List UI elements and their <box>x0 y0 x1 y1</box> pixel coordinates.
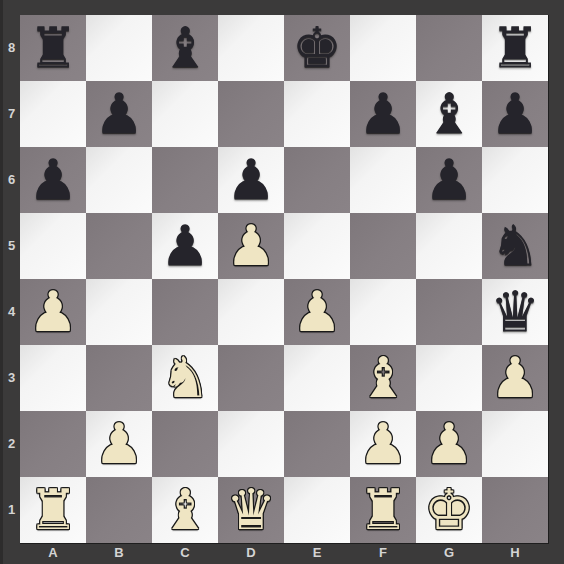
piece-black-queen[interactable]: ♛ <box>490 279 540 345</box>
square-e1[interactable] <box>284 477 350 543</box>
square-g6[interactable]: ♟ <box>416 147 482 213</box>
rank-label-1: 1 <box>3 477 20 543</box>
square-a7[interactable] <box>20 81 86 147</box>
file-label-c: C <box>152 545 218 563</box>
square-h8[interactable]: ♜ <box>482 15 548 81</box>
square-f5[interactable] <box>350 213 416 279</box>
rank-label-3: 3 <box>3 345 20 411</box>
piece-black-pawn[interactable]: ♟ <box>160 213 210 279</box>
square-h1[interactable] <box>482 477 548 543</box>
piece-white-rook[interactable]: ♜ <box>28 477 78 543</box>
piece-white-pawn[interactable]: ♟ <box>490 345 540 411</box>
square-f4[interactable] <box>350 279 416 345</box>
square-d2[interactable] <box>218 411 284 477</box>
rank-label-8: 8 <box>3 15 20 81</box>
square-h7[interactable]: ♟ <box>482 81 548 147</box>
rank-label-2: 2 <box>3 411 20 477</box>
square-a5[interactable] <box>20 213 86 279</box>
file-label-b: B <box>86 545 152 563</box>
square-c2[interactable] <box>152 411 218 477</box>
square-e2[interactable] <box>284 411 350 477</box>
square-d7[interactable] <box>218 81 284 147</box>
square-f6[interactable] <box>350 147 416 213</box>
square-d4[interactable] <box>218 279 284 345</box>
file-label-e: E <box>284 545 350 563</box>
piece-white-pawn[interactable]: ♟ <box>28 279 78 345</box>
square-b5[interactable] <box>86 213 152 279</box>
square-b2[interactable]: ♟ <box>86 411 152 477</box>
piece-black-knight[interactable]: ♞ <box>490 213 540 279</box>
square-d8[interactable] <box>218 15 284 81</box>
square-e6[interactable] <box>284 147 350 213</box>
piece-black-pawn[interactable]: ♟ <box>358 81 408 147</box>
square-c3[interactable]: ♞ <box>152 345 218 411</box>
square-h6[interactable] <box>482 147 548 213</box>
square-c4[interactable] <box>152 279 218 345</box>
square-f8[interactable] <box>350 15 416 81</box>
square-e7[interactable] <box>284 81 350 147</box>
square-g4[interactable] <box>416 279 482 345</box>
piece-white-pawn[interactable]: ♟ <box>292 279 342 345</box>
piece-black-king[interactable]: ♚ <box>292 15 342 81</box>
piece-black-bishop[interactable]: ♝ <box>160 15 210 81</box>
square-d1[interactable]: ♛ <box>218 477 284 543</box>
square-g8[interactable] <box>416 15 482 81</box>
piece-black-rook[interactable]: ♜ <box>28 15 78 81</box>
piece-white-pawn[interactable]: ♟ <box>358 411 408 477</box>
square-b1[interactable] <box>86 477 152 543</box>
piece-white-pawn[interactable]: ♟ <box>94 411 144 477</box>
piece-black-pawn[interactable]: ♟ <box>28 147 78 213</box>
square-b6[interactable] <box>86 147 152 213</box>
piece-black-rook[interactable]: ♜ <box>490 15 540 81</box>
chess-app-window: ♜♝♚♜♟♟♝♟♟♟♟♟♟♞♟♟♛♞♝♟♟♟♟♜♝♛♜♚ 87654321 AB… <box>0 0 564 564</box>
rank-label-7: 7 <box>3 81 20 147</box>
square-a1[interactable]: ♜ <box>20 477 86 543</box>
square-f1[interactable]: ♜ <box>350 477 416 543</box>
piece-white-king[interactable]: ♚ <box>424 477 474 543</box>
square-c1[interactable]: ♝ <box>152 477 218 543</box>
rank-label-4: 4 <box>3 279 20 345</box>
piece-black-pawn[interactable]: ♟ <box>94 81 144 147</box>
square-c5[interactable]: ♟ <box>152 213 218 279</box>
rank-label-6: 6 <box>3 147 20 213</box>
square-a6[interactable]: ♟ <box>20 147 86 213</box>
piece-black-pawn[interactable]: ♟ <box>424 147 474 213</box>
file-label-d: D <box>218 545 284 563</box>
square-a3[interactable] <box>20 345 86 411</box>
square-h4[interactable]: ♛ <box>482 279 548 345</box>
square-d6[interactable]: ♟ <box>218 147 284 213</box>
square-b7[interactable]: ♟ <box>86 81 152 147</box>
square-f3[interactable]: ♝ <box>350 345 416 411</box>
square-e5[interactable] <box>284 213 350 279</box>
square-e4[interactable]: ♟ <box>284 279 350 345</box>
square-b8[interactable] <box>86 15 152 81</box>
file-label-f: F <box>350 545 416 563</box>
square-b3[interactable] <box>86 345 152 411</box>
square-g1[interactable]: ♚ <box>416 477 482 543</box>
square-a2[interactable] <box>20 411 86 477</box>
rank-label-5: 5 <box>3 213 20 279</box>
piece-black-bishop[interactable]: ♝ <box>424 81 474 147</box>
square-b4[interactable] <box>86 279 152 345</box>
piece-white-rook[interactable]: ♜ <box>358 477 408 543</box>
square-h5[interactable]: ♞ <box>482 213 548 279</box>
file-label-g: G <box>416 545 482 563</box>
square-f7[interactable]: ♟ <box>350 81 416 147</box>
square-a4[interactable]: ♟ <box>20 279 86 345</box>
file-label-a: A <box>20 545 86 563</box>
piece-black-pawn[interactable]: ♟ <box>226 147 276 213</box>
square-g7[interactable]: ♝ <box>416 81 482 147</box>
square-a8[interactable]: ♜ <box>20 15 86 81</box>
square-d3[interactable] <box>218 345 284 411</box>
square-f2[interactable]: ♟ <box>350 411 416 477</box>
square-h2[interactable] <box>482 411 548 477</box>
square-c7[interactable] <box>152 81 218 147</box>
square-e3[interactable] <box>284 345 350 411</box>
piece-white-bishop[interactable]: ♝ <box>160 477 210 543</box>
square-d5[interactable]: ♟ <box>218 213 284 279</box>
piece-black-pawn[interactable]: ♟ <box>490 81 540 147</box>
square-e8[interactable]: ♚ <box>284 15 350 81</box>
piece-white-pawn[interactable]: ♟ <box>424 411 474 477</box>
square-g2[interactable]: ♟ <box>416 411 482 477</box>
piece-white-queen[interactable]: ♛ <box>226 477 276 543</box>
square-c8[interactable]: ♝ <box>152 15 218 81</box>
square-h3[interactable]: ♟ <box>482 345 548 411</box>
square-g3[interactable] <box>416 345 482 411</box>
file-label-h: H <box>482 545 548 563</box>
piece-white-bishop[interactable]: ♝ <box>358 345 408 411</box>
square-c6[interactable] <box>152 147 218 213</box>
square-g5[interactable] <box>416 213 482 279</box>
piece-white-knight[interactable]: ♞ <box>160 345 210 411</box>
piece-white-pawn[interactable]: ♟ <box>226 213 276 279</box>
chess-board: ♜♝♚♜♟♟♝♟♟♟♟♟♟♞♟♟♛♞♝♟♟♟♟♜♝♛♜♚ <box>20 15 549 544</box>
